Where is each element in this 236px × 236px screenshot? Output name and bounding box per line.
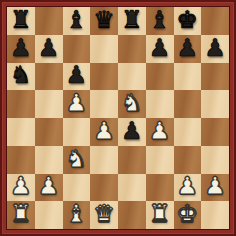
square-e4[interactable]: ♟: [118, 118, 146, 146]
white-rook-piece[interactable]: ♜: [149, 202, 171, 226]
square-f6[interactable]: [146, 63, 174, 91]
white-pawn-piece[interactable]: ♟: [93, 119, 115, 143]
square-f1[interactable]: ♜: [146, 201, 174, 229]
square-e3[interactable]: [118, 146, 146, 174]
square-a3[interactable]: [7, 146, 35, 174]
square-b8[interactable]: [35, 7, 63, 35]
white-pawn-piece[interactable]: ♟: [38, 174, 60, 198]
square-e7[interactable]: [118, 35, 146, 63]
square-c7[interactable]: [63, 35, 91, 63]
square-f8[interactable]: ♝: [146, 7, 174, 35]
black-knight-piece[interactable]: ♞: [10, 63, 32, 87]
black-bishop-piece[interactable]: ♝: [149, 8, 171, 32]
white-knight-piece[interactable]: ♞: [66, 147, 88, 171]
square-e5[interactable]: ♞: [118, 90, 146, 118]
square-e8[interactable]: ♜: [118, 7, 146, 35]
square-g8[interactable]: ♚: [174, 7, 202, 35]
square-h1[interactable]: [201, 201, 229, 229]
square-h6[interactable]: [201, 63, 229, 91]
black-rook-piece[interactable]: ♜: [10, 8, 32, 32]
square-h3[interactable]: [201, 146, 229, 174]
black-pawn-piece[interactable]: ♟: [149, 36, 171, 60]
square-c1[interactable]: ♝: [63, 201, 91, 229]
white-king-piece[interactable]: ♚: [177, 202, 199, 226]
square-d6[interactable]: [90, 63, 118, 91]
square-a2[interactable]: ♟: [7, 174, 35, 202]
square-b1[interactable]: [35, 201, 63, 229]
black-pawn-piece[interactable]: ♟: [204, 36, 226, 60]
square-b6[interactable]: [35, 63, 63, 91]
square-d8[interactable]: ♛: [90, 7, 118, 35]
square-f2[interactable]: [146, 174, 174, 202]
square-f5[interactable]: [146, 90, 174, 118]
black-pawn-piece[interactable]: ♟: [121, 119, 143, 143]
square-g7[interactable]: ♟: [174, 35, 202, 63]
square-a1[interactable]: ♜: [7, 201, 35, 229]
square-f4[interactable]: ♟: [146, 118, 174, 146]
white-bishop-piece[interactable]: ♝: [66, 202, 88, 226]
black-bishop-piece[interactable]: ♝: [66, 8, 88, 32]
square-g1[interactable]: ♚: [174, 201, 202, 229]
square-a7[interactable]: ♟: [7, 35, 35, 63]
square-e6[interactable]: [118, 63, 146, 91]
square-h7[interactable]: ♟: [201, 35, 229, 63]
square-h8[interactable]: [201, 7, 229, 35]
black-pawn-piece[interactable]: ♟: [66, 63, 88, 87]
square-f3[interactable]: [146, 146, 174, 174]
black-king-piece[interactable]: ♚: [177, 8, 199, 32]
black-pawn-piece[interactable]: ♟: [177, 36, 199, 60]
square-c3[interactable]: ♞: [63, 146, 91, 174]
white-pawn-piece[interactable]: ♟: [10, 174, 32, 198]
square-b4[interactable]: [35, 118, 63, 146]
square-g3[interactable]: [174, 146, 202, 174]
square-h2[interactable]: ♟: [201, 174, 229, 202]
white-pawn-piece[interactable]: ♟: [66, 91, 88, 115]
square-f7[interactable]: ♟: [146, 35, 174, 63]
square-g2[interactable]: ♟: [174, 174, 202, 202]
square-b3[interactable]: [35, 146, 63, 174]
black-rook-piece[interactable]: ♜: [121, 8, 143, 32]
square-d7[interactable]: [90, 35, 118, 63]
square-b5[interactable]: [35, 90, 63, 118]
square-h4[interactable]: [201, 118, 229, 146]
square-d4[interactable]: ♟: [90, 118, 118, 146]
white-knight-piece[interactable]: ♞: [121, 91, 143, 115]
square-d3[interactable]: [90, 146, 118, 174]
square-a6[interactable]: ♞: [7, 63, 35, 91]
square-g4[interactable]: [174, 118, 202, 146]
square-e2[interactable]: [118, 174, 146, 202]
square-a5[interactable]: [7, 90, 35, 118]
chess-board: ♜♝♛♜♝♚♟♟♟♟♟♞♟♟♞♟♟♟♞♟♟♟♟♜♝♛♜♚: [7, 7, 229, 229]
black-pawn-piece[interactable]: ♟: [10, 36, 32, 60]
white-pawn-piece[interactable]: ♟: [149, 119, 171, 143]
square-c5[interactable]: ♟: [63, 90, 91, 118]
square-h5[interactable]: [201, 90, 229, 118]
square-c2[interactable]: [63, 174, 91, 202]
square-c6[interactable]: ♟: [63, 63, 91, 91]
square-a4[interactable]: [7, 118, 35, 146]
square-b7[interactable]: ♟: [35, 35, 63, 63]
square-g6[interactable]: [174, 63, 202, 91]
square-d2[interactable]: [90, 174, 118, 202]
square-d5[interactable]: [90, 90, 118, 118]
square-a8[interactable]: ♜: [7, 7, 35, 35]
white-pawn-piece[interactable]: ♟: [177, 174, 199, 198]
square-c4[interactable]: [63, 118, 91, 146]
square-g5[interactable]: [174, 90, 202, 118]
black-queen-piece[interactable]: ♛: [93, 8, 115, 32]
white-rook-piece[interactable]: ♜: [10, 202, 32, 226]
white-queen-piece[interactable]: ♛: [93, 202, 115, 226]
square-b2[interactable]: ♟: [35, 174, 63, 202]
square-e1[interactable]: [118, 201, 146, 229]
white-pawn-piece[interactable]: ♟: [204, 174, 226, 198]
black-pawn-piece[interactable]: ♟: [38, 36, 60, 60]
square-c8[interactable]: ♝: [63, 7, 91, 35]
board-frame: ♜♝♛♜♝♚♟♟♟♟♟♞♟♟♞♟♟♟♞♟♟♟♟♜♝♛♜♚: [0, 0, 236, 236]
square-d1[interactable]: ♛: [90, 201, 118, 229]
